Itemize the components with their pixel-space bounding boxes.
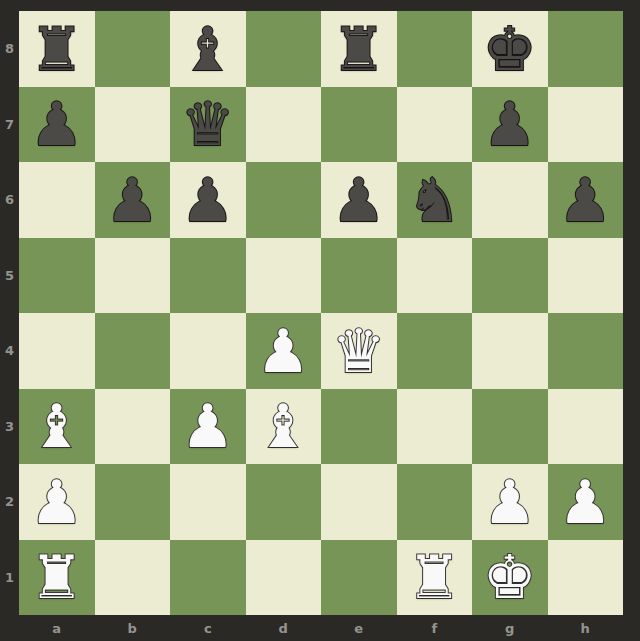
piece-black-pawn[interactable]: ♟ xyxy=(548,162,624,238)
file-label-a: a xyxy=(19,615,95,641)
square-g1[interactable]: ♚ xyxy=(472,540,548,616)
square-d2[interactable] xyxy=(246,464,322,540)
square-h4[interactable] xyxy=(548,313,624,389)
square-a3[interactable]: ♝ xyxy=(19,389,95,465)
file-label-c: c xyxy=(170,615,246,641)
piece-white-pawn[interactable]: ♟ xyxy=(472,464,548,540)
piece-white-pawn[interactable]: ♟ xyxy=(548,464,624,540)
piece-black-rook[interactable]: ♜ xyxy=(19,11,95,87)
square-e3[interactable] xyxy=(321,389,397,465)
square-f3[interactable] xyxy=(397,389,473,465)
rank-label-1: 1 xyxy=(0,540,19,616)
square-h6[interactable]: ♟ xyxy=(548,162,624,238)
square-f5[interactable] xyxy=(397,238,473,314)
file-label-b: b xyxy=(95,615,171,641)
piece-white-bishop[interactable]: ♝ xyxy=(246,389,322,465)
square-b7[interactable] xyxy=(95,87,171,163)
square-c6[interactable]: ♟ xyxy=(170,162,246,238)
square-d4[interactable]: ♟ xyxy=(246,313,322,389)
file-labels: abcdefgh xyxy=(19,615,623,641)
piece-black-pawn[interactable]: ♟ xyxy=(472,87,548,163)
square-g7[interactable]: ♟ xyxy=(472,87,548,163)
square-c2[interactable] xyxy=(170,464,246,540)
piece-black-rook[interactable]: ♜ xyxy=(321,11,397,87)
piece-white-bishop[interactable]: ♝ xyxy=(19,389,95,465)
square-h3[interactable] xyxy=(548,389,624,465)
square-e4[interactable]: ♛ xyxy=(321,313,397,389)
square-d8[interactable] xyxy=(246,11,322,87)
square-c5[interactable] xyxy=(170,238,246,314)
square-f1[interactable]: ♜ xyxy=(397,540,473,616)
square-e1[interactable] xyxy=(321,540,397,616)
piece-black-pawn[interactable]: ♟ xyxy=(170,162,246,238)
square-c8[interactable]: ♝ xyxy=(170,11,246,87)
chess-board[interactable]: ♜♝♜♚♟♛♟♟♟♟♞♟♟♛♝♟♝♟♟♟♜♜♚ xyxy=(19,11,623,615)
square-g3[interactable] xyxy=(472,389,548,465)
square-b5[interactable] xyxy=(95,238,171,314)
square-a4[interactable] xyxy=(19,313,95,389)
square-b8[interactable] xyxy=(95,11,171,87)
square-a2[interactable]: ♟ xyxy=(19,464,95,540)
square-e5[interactable] xyxy=(321,238,397,314)
file-label-f: f xyxy=(397,615,473,641)
square-h7[interactable] xyxy=(548,87,624,163)
square-h5[interactable] xyxy=(548,238,624,314)
square-c7[interactable]: ♛ xyxy=(170,87,246,163)
piece-white-rook[interactable]: ♜ xyxy=(19,540,95,616)
square-d3[interactable]: ♝ xyxy=(246,389,322,465)
square-f7[interactable] xyxy=(397,87,473,163)
square-h2[interactable]: ♟ xyxy=(548,464,624,540)
square-f4[interactable] xyxy=(397,313,473,389)
square-h1[interactable] xyxy=(548,540,624,616)
file-label-h: h xyxy=(548,615,624,641)
piece-white-pawn[interactable]: ♟ xyxy=(246,313,322,389)
square-c4[interactable] xyxy=(170,313,246,389)
file-label-d: d xyxy=(246,615,322,641)
square-c3[interactable]: ♟ xyxy=(170,389,246,465)
square-d7[interactable] xyxy=(246,87,322,163)
square-b2[interactable] xyxy=(95,464,171,540)
piece-white-king[interactable]: ♚ xyxy=(472,540,548,616)
file-label-g: g xyxy=(472,615,548,641)
piece-white-pawn[interactable]: ♟ xyxy=(170,389,246,465)
rank-label-2: 2 xyxy=(0,464,19,540)
square-g2[interactable]: ♟ xyxy=(472,464,548,540)
rank-label-5: 5 xyxy=(0,238,19,314)
square-f6[interactable]: ♞ xyxy=(397,162,473,238)
square-e2[interactable] xyxy=(321,464,397,540)
board-frame: 87654321 ♜♝♜♚♟♛♟♟♟♟♞♟♟♛♝♟♝♟♟♟♜♜♚ abcdefg… xyxy=(0,0,640,641)
square-e8[interactable]: ♜ xyxy=(321,11,397,87)
piece-black-pawn[interactable]: ♟ xyxy=(95,162,171,238)
piece-white-queen[interactable]: ♛ xyxy=(321,313,397,389)
square-a6[interactable] xyxy=(19,162,95,238)
square-h8[interactable] xyxy=(548,11,624,87)
square-e7[interactable] xyxy=(321,87,397,163)
piece-black-knight[interactable]: ♞ xyxy=(397,162,473,238)
square-d6[interactable] xyxy=(246,162,322,238)
square-f8[interactable] xyxy=(397,11,473,87)
square-b6[interactable]: ♟ xyxy=(95,162,171,238)
piece-black-pawn[interactable]: ♟ xyxy=(19,87,95,163)
square-g4[interactable] xyxy=(472,313,548,389)
square-b3[interactable] xyxy=(95,389,171,465)
rank-labels: 87654321 xyxy=(0,11,19,615)
square-g8[interactable]: ♚ xyxy=(472,11,548,87)
rank-label-4: 4 xyxy=(0,313,19,389)
rank-label-3: 3 xyxy=(0,389,19,465)
square-a8[interactable]: ♜ xyxy=(19,11,95,87)
piece-white-pawn[interactable]: ♟ xyxy=(19,464,95,540)
square-c1[interactable] xyxy=(170,540,246,616)
square-f2[interactable] xyxy=(397,464,473,540)
square-e6[interactable]: ♟ xyxy=(321,162,397,238)
square-d1[interactable] xyxy=(246,540,322,616)
square-d5[interactable] xyxy=(246,238,322,314)
square-a7[interactable]: ♟ xyxy=(19,87,95,163)
piece-black-bishop[interactable]: ♝ xyxy=(170,11,246,87)
rank-label-8: 8 xyxy=(0,11,19,87)
square-b4[interactable] xyxy=(95,313,171,389)
square-a1[interactable]: ♜ xyxy=(19,540,95,616)
rank-label-6: 6 xyxy=(0,162,19,238)
file-label-e: e xyxy=(321,615,397,641)
square-b1[interactable] xyxy=(95,540,171,616)
piece-white-rook[interactable]: ♜ xyxy=(397,540,473,616)
square-a5[interactable] xyxy=(19,238,95,314)
square-g5[interactable] xyxy=(472,238,548,314)
rank-label-7: 7 xyxy=(0,87,19,163)
piece-black-king[interactable]: ♚ xyxy=(472,11,548,87)
square-g6[interactable] xyxy=(472,162,548,238)
piece-black-queen[interactable]: ♛ xyxy=(170,87,246,163)
piece-black-pawn[interactable]: ♟ xyxy=(321,162,397,238)
